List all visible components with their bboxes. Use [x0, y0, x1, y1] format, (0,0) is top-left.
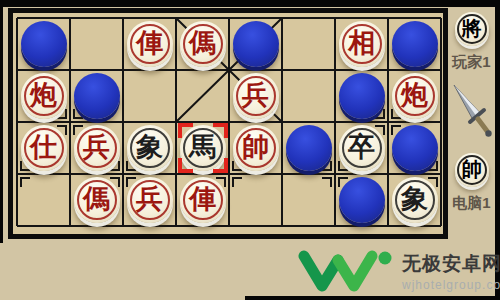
piece-character: 卒 — [348, 134, 375, 161]
cell-r4c7[interactable] — [335, 174, 388, 226]
hidden-piece[interactable] — [339, 73, 385, 119]
screen-edge-top — [0, 0, 500, 7]
banqi-board: 俥傌相炮兵炮仕兵象馬帥卒傌兵俥象 — [8, 8, 448, 239]
piece-character: 象 — [401, 186, 428, 213]
piece-character: 帥 — [242, 134, 269, 161]
piece-character: 兵 — [136, 186, 163, 213]
cell-r3c8[interactable] — [388, 122, 441, 174]
piece-red-俥[interactable]: 俥 — [127, 21, 173, 67]
piece-red-帥[interactable]: 帥 — [233, 125, 279, 171]
hidden-piece[interactable] — [21, 21, 67, 67]
piece-red-炮[interactable]: 炮 — [21, 73, 67, 119]
cell-r3c6[interactable] — [282, 122, 335, 174]
cell-r4c1[interactable] — [17, 174, 70, 226]
cell-r3c2[interactable]: 兵 — [70, 122, 123, 174]
piece-red-兵[interactable]: 兵 — [233, 73, 279, 119]
piece-character: 象 — [136, 134, 163, 161]
cell-r4c4[interactable]: 俥 — [176, 174, 229, 226]
hidden-piece[interactable] — [339, 177, 385, 223]
watermark-title: 无极安卓网 — [402, 251, 500, 277]
cell-r4c6[interactable] — [282, 174, 335, 226]
screen-edge-left — [0, 0, 3, 243]
cell-r1c2[interactable] — [70, 18, 123, 70]
cell-r1c6[interactable] — [282, 18, 335, 70]
piece-character: 炮 — [30, 82, 57, 109]
cell-r1c3[interactable]: 俥 — [123, 18, 176, 70]
cell-r2c5[interactable]: 兵 — [229, 70, 282, 122]
cell-r4c8[interactable]: 象 — [388, 174, 441, 226]
piece-black-馬[interactable]: 馬 — [180, 125, 226, 171]
piece-character: 兵 — [83, 134, 110, 161]
piece-character: 俥 — [189, 186, 216, 213]
cell-r3c7[interactable]: 卒 — [335, 122, 388, 174]
piece-character: 俥 — [136, 30, 163, 57]
piece-red-俥[interactable]: 俥 — [180, 177, 226, 223]
cell-r2c6[interactable] — [282, 70, 335, 122]
cell-r2c7[interactable] — [335, 70, 388, 122]
hidden-piece[interactable] — [74, 73, 120, 119]
piece-character: 炮 — [401, 82, 428, 109]
hidden-piece[interactable] — [286, 125, 332, 171]
cell-r2c8[interactable]: 炮 — [388, 70, 441, 122]
player1-label: 玩家1 — [448, 53, 495, 72]
piece-red-傌[interactable]: 傌 — [180, 21, 226, 67]
computer-label: 电脑1 — [448, 194, 495, 213]
sword-icon — [450, 81, 494, 143]
cell-r1c1[interactable] — [17, 18, 70, 70]
piece-red-兵[interactable]: 兵 — [127, 177, 173, 223]
piece-red-仕[interactable]: 仕 — [21, 125, 67, 171]
cell-r1c4[interactable]: 傌 — [176, 18, 229, 70]
watermark-text: 无极安卓网 wjhotelgroup.com — [402, 251, 500, 292]
watermark-logo — [297, 247, 397, 295]
screen-edge-bottom — [245, 296, 500, 300]
hidden-piece[interactable] — [392, 125, 438, 171]
cell-r4c5[interactable] — [229, 174, 282, 226]
piece-character: 兵 — [242, 82, 269, 109]
cell-r4c3[interactable]: 兵 — [123, 174, 176, 226]
cell-r2c4[interactable] — [176, 70, 229, 122]
hidden-piece[interactable] — [392, 21, 438, 67]
cell-r3c4[interactable]: 馬 — [176, 122, 229, 174]
cell-r1c5[interactable] — [229, 18, 282, 70]
piece-red-相[interactable]: 相 — [339, 21, 385, 67]
cell-r1c7[interactable]: 相 — [335, 18, 388, 70]
player1-piece-icon: 將 — [455, 12, 489, 46]
cell-r1c8[interactable] — [388, 18, 441, 70]
piece-character: 傌 — [189, 30, 216, 57]
piece-black-象[interactable]: 象 — [127, 125, 173, 171]
piece-character: 傌 — [83, 186, 110, 213]
cell-r2c2[interactable] — [70, 70, 123, 122]
piece-character: 相 — [348, 30, 375, 57]
computer-piece-icon: 帥 — [455, 153, 489, 187]
cell-r3c3[interactable]: 象 — [123, 122, 176, 174]
watermark: 无极安卓网 wjhotelgroup.com — [297, 247, 500, 295]
player1-piece-character: 將 — [462, 18, 482, 38]
piece-red-炮[interactable]: 炮 — [392, 73, 438, 119]
cell-r4c2[interactable]: 傌 — [70, 174, 123, 226]
board-cells: 俥傌相炮兵炮仕兵象馬帥卒傌兵俥象 — [17, 18, 441, 226]
piece-red-兵[interactable]: 兵 — [74, 125, 120, 171]
piece-character: 仕 — [30, 134, 57, 161]
watermark-subtitle: wjhotelgroup.com — [402, 278, 500, 292]
computer-piece-character: 帥 — [462, 159, 482, 179]
cell-r3c5[interactable]: 帥 — [229, 122, 282, 174]
cell-r2c3[interactable] — [123, 70, 176, 122]
side-panel: 將 玩家1 帥 电脑1 — [448, 12, 495, 213]
hidden-piece[interactable] — [233, 21, 279, 67]
piece-black-象[interactable]: 象 — [392, 177, 438, 223]
piece-red-傌[interactable]: 傌 — [74, 177, 120, 223]
cell-r3c1[interactable]: 仕 — [17, 122, 70, 174]
cell-r2c1[interactable]: 炮 — [17, 70, 70, 122]
piece-black-卒[interactable]: 卒 — [339, 125, 385, 171]
piece-character: 馬 — [189, 134, 216, 161]
